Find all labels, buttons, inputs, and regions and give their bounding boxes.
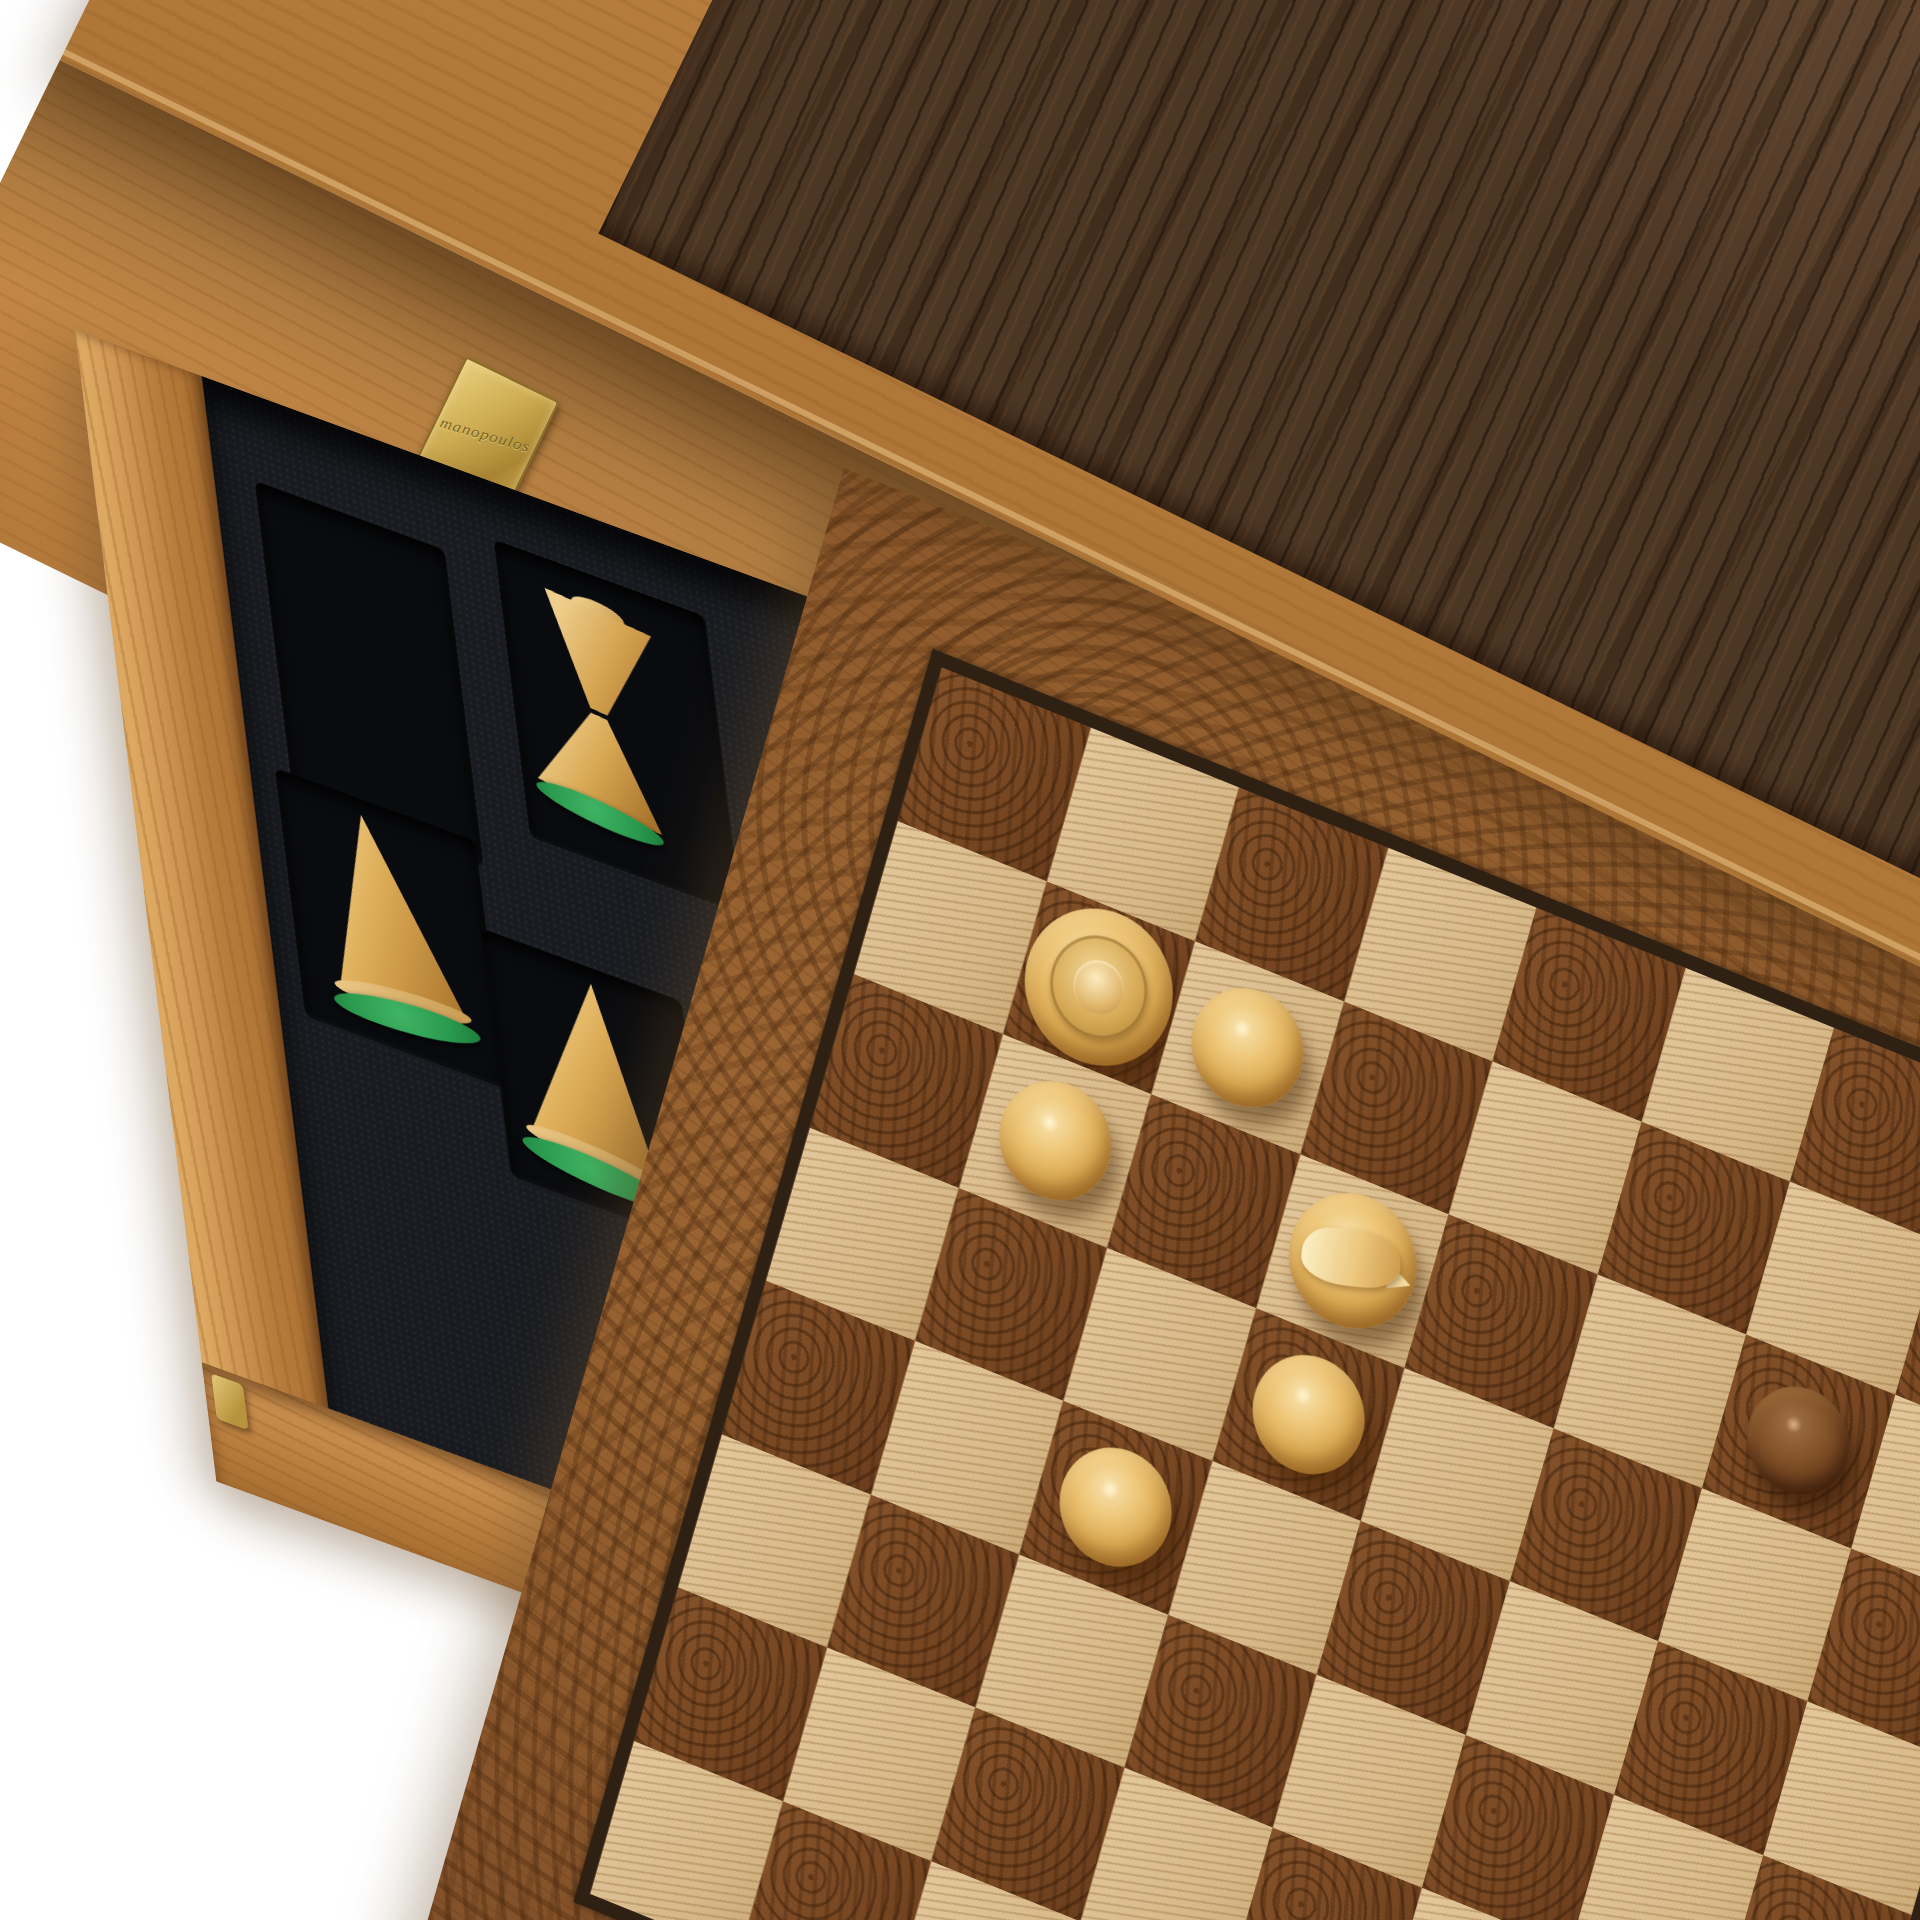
white-pawn-piece[interactable] bbox=[986, 1064, 1125, 1218]
white-pawn-tray-piece[interactable] bbox=[283, 794, 488, 1057]
white-pawn-piece[interactable] bbox=[1046, 1431, 1185, 1585]
white-queen-tray-piece[interactable] bbox=[529, 571, 670, 861]
white-bishop-piece[interactable] bbox=[1273, 1173, 1431, 1348]
foam-slot-queen bbox=[494, 539, 741, 914]
black-pawn-piece[interactable] bbox=[1735, 1371, 1862, 1512]
brand-engraving: manopoulos bbox=[438, 414, 532, 457]
scene: manopoulos bbox=[0, 0, 1920, 1920]
white-pawn-piece[interactable] bbox=[1178, 971, 1317, 1125]
white-pawn-piece[interactable] bbox=[1239, 1337, 1378, 1491]
